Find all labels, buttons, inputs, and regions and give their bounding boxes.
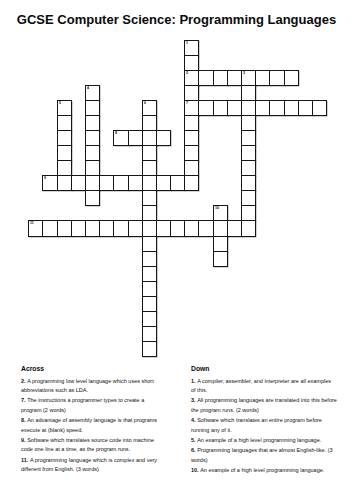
cell-r12-c11[interactable] bbox=[184, 220, 199, 236]
clue-number: 5 bbox=[59, 101, 61, 105]
cell-r4-c12[interactable] bbox=[198, 100, 213, 116]
cell-r12-c0[interactable]: 11 bbox=[28, 220, 43, 236]
cell-r2-c11[interactable]: 2 bbox=[184, 70, 199, 86]
cell-r12-c8[interactable] bbox=[142, 220, 157, 236]
cell-r10-c4[interactable] bbox=[85, 190, 100, 206]
cell-r19-c8[interactable] bbox=[142, 326, 157, 342]
cell-r2-c13[interactable] bbox=[213, 70, 228, 86]
clue-across-8: 8. An advantage of assembly language is … bbox=[21, 416, 163, 435]
clue-number: 4 bbox=[87, 86, 89, 90]
cell-r9-c6[interactable] bbox=[113, 175, 128, 191]
cell-r6-c7[interactable] bbox=[128, 130, 143, 146]
cell-r9-c4[interactable] bbox=[85, 175, 100, 191]
cell-r3-c15[interactable] bbox=[241, 85, 256, 101]
cell-r9-c5[interactable] bbox=[99, 175, 114, 191]
cell-r12-c12[interactable] bbox=[198, 220, 213, 236]
cell-r12-c1[interactable] bbox=[42, 220, 57, 236]
cell-r9-c7[interactable] bbox=[128, 175, 143, 191]
clue-across-7: 7. The instructions a programmer types t… bbox=[21, 396, 163, 415]
cell-r12-c10[interactable] bbox=[170, 220, 185, 236]
cell-r4-c17[interactable] bbox=[269, 100, 284, 116]
cell-r5-c15[interactable] bbox=[241, 115, 256, 131]
down-clues-section: Down 1. A compiler, assembler, and inter… bbox=[191, 365, 337, 477]
cell-r6-c6[interactable]: 8 bbox=[113, 130, 128, 146]
cell-r12-c7[interactable] bbox=[128, 220, 143, 236]
cell-r4-c14[interactable] bbox=[227, 100, 242, 116]
cell-r12-c2[interactable] bbox=[57, 220, 72, 236]
cell-r11-c8[interactable] bbox=[142, 205, 157, 221]
cell-r5-c8[interactable] bbox=[142, 115, 157, 131]
cell-r6-c9[interactable] bbox=[156, 130, 171, 146]
cell-r17-c8[interactable] bbox=[142, 296, 157, 312]
cell-r12-c15[interactable] bbox=[241, 220, 256, 236]
cell-r3-c11[interactable] bbox=[184, 85, 199, 101]
cell-r0-c11[interactable]: 1 bbox=[184, 40, 199, 56]
clue-number: 2 bbox=[186, 71, 188, 75]
clue-number: 7 bbox=[186, 101, 188, 105]
cell-r2-c16[interactable] bbox=[255, 70, 270, 86]
page-title: GCSE Computer Science: Programming Langu… bbox=[0, 12, 353, 27]
across-heading: Across bbox=[21, 365, 163, 373]
cell-r8-c8[interactable] bbox=[142, 160, 157, 176]
clue-across-2: 2. A programming low level language whic… bbox=[21, 377, 163, 396]
cell-r12-c5[interactable] bbox=[99, 220, 114, 236]
clue-down-1: 1. A compiler, assembler, and interprete… bbox=[191, 377, 337, 396]
cell-r9-c3[interactable] bbox=[71, 175, 86, 191]
across-clue-list: 2. A programming low level language whic… bbox=[21, 377, 163, 475]
cell-r11-c13[interactable]: 10 bbox=[213, 205, 228, 221]
cell-r7-c8[interactable] bbox=[142, 145, 157, 161]
cell-r9-c10[interactable] bbox=[170, 175, 185, 191]
cell-r4-c15[interactable] bbox=[241, 100, 256, 116]
cell-r7-c2[interactable] bbox=[57, 145, 72, 161]
cell-r4-c18[interactable] bbox=[284, 100, 299, 116]
down-clue-list: 1. A compiler, assembler, and interprete… bbox=[191, 377, 337, 476]
cell-r13-c13[interactable] bbox=[213, 236, 228, 252]
cell-r12-c3[interactable] bbox=[71, 220, 86, 236]
cell-r12-c9[interactable] bbox=[156, 220, 171, 236]
cell-r2-c15[interactable]: 3 bbox=[241, 70, 256, 86]
cell-r12-c14[interactable] bbox=[227, 220, 242, 236]
cell-r10-c8[interactable] bbox=[142, 190, 157, 206]
cell-r9-c11[interactable] bbox=[184, 175, 199, 191]
clue-down-3: 3. All programming languages are transla… bbox=[191, 396, 337, 415]
cell-r8-c15[interactable] bbox=[241, 160, 256, 176]
cell-r8-c4[interactable] bbox=[85, 160, 100, 176]
cell-r9-c15[interactable] bbox=[241, 175, 256, 191]
cell-r5-c2[interactable] bbox=[57, 115, 72, 131]
cell-r5-c11[interactable] bbox=[184, 115, 199, 131]
cell-r15-c8[interactable] bbox=[142, 266, 157, 282]
cell-r9-c2[interactable] bbox=[57, 175, 72, 191]
clue-number: 8 bbox=[115, 131, 117, 135]
cell-r4-c20[interactable] bbox=[312, 100, 327, 116]
clue-number: 9 bbox=[44, 176, 46, 180]
crossword-grid: 1234567891011 bbox=[28, 40, 327, 358]
cell-r5-c4[interactable] bbox=[85, 115, 100, 131]
clue-down-10: 10. An example of a high level programmi… bbox=[191, 466, 337, 475]
cell-r6-c2[interactable] bbox=[57, 130, 72, 146]
cell-r8-c2[interactable] bbox=[57, 160, 72, 176]
cell-r2-c14[interactable] bbox=[227, 70, 242, 86]
cell-r14-c13[interactable] bbox=[213, 251, 228, 267]
clue-number: 11 bbox=[30, 221, 34, 225]
cell-r3-c4[interactable]: 4 bbox=[85, 85, 100, 101]
cell-r12-c13[interactable] bbox=[213, 220, 228, 236]
cell-r20-c8[interactable] bbox=[142, 341, 157, 357]
cell-r2-c17[interactable] bbox=[269, 70, 284, 86]
cell-r11-c15[interactable] bbox=[241, 205, 256, 221]
cell-r4-c8[interactable]: 6 bbox=[142, 100, 157, 116]
cell-r9-c1[interactable]: 9 bbox=[42, 175, 57, 191]
cell-r2-c18[interactable] bbox=[284, 70, 299, 86]
cell-r1-c11[interactable] bbox=[184, 55, 199, 71]
cell-r4-c11[interactable]: 7 bbox=[184, 100, 199, 116]
cell-r13-c8[interactable] bbox=[142, 236, 157, 252]
cell-r9-c9[interactable] bbox=[156, 175, 171, 191]
clue-across-11: 11. A programming language which is comp… bbox=[21, 456, 163, 475]
cell-r6-c15[interactable] bbox=[241, 130, 256, 146]
cell-r6-c11[interactable] bbox=[184, 130, 199, 146]
cell-r7-c11[interactable] bbox=[184, 145, 199, 161]
clue-down-6: 6. Programming languages that are almost… bbox=[191, 446, 337, 465]
clue-down-4: 4. Software which translates an entire p… bbox=[191, 416, 337, 435]
clue-number: 3 bbox=[243, 71, 245, 75]
cell-r4-c4[interactable] bbox=[85, 100, 100, 116]
clue-number: 1 bbox=[186, 41, 188, 45]
cell-r12-c4[interactable] bbox=[85, 220, 100, 236]
cell-r14-c8[interactable] bbox=[142, 251, 157, 267]
cell-r18-c8[interactable] bbox=[142, 311, 157, 327]
cell-r4-c2[interactable]: 5 bbox=[57, 100, 72, 116]
clue-number: 10 bbox=[215, 206, 219, 210]
cell-r4-c19[interactable] bbox=[298, 100, 313, 116]
cell-r4-c16[interactable] bbox=[255, 100, 270, 116]
cell-r7-c4[interactable] bbox=[85, 145, 100, 161]
cell-r8-c11[interactable] bbox=[184, 160, 199, 176]
cell-r7-c15[interactable] bbox=[241, 145, 256, 161]
cell-r6-c8[interactable] bbox=[142, 130, 157, 146]
cell-r16-c8[interactable] bbox=[142, 281, 157, 297]
worksheet-page: { "game": "crossword", "title": "GCSE Co… bbox=[0, 0, 353, 500]
clue-number: 6 bbox=[144, 101, 146, 105]
cell-r12-c6[interactable] bbox=[113, 220, 128, 236]
clue-across-9: 9. Software which translates source code… bbox=[21, 436, 163, 455]
cell-r2-c12[interactable] bbox=[198, 70, 213, 86]
cell-r6-c4[interactable] bbox=[85, 130, 100, 146]
cell-r10-c15[interactable] bbox=[241, 190, 256, 206]
cell-r9-c8[interactable] bbox=[142, 175, 157, 191]
cell-r4-c13[interactable] bbox=[213, 100, 228, 116]
across-clues-section: Across 2. A programming low level langua… bbox=[21, 365, 163, 476]
clue-down-5: 5. An example of a high level programmin… bbox=[191, 436, 337, 445]
down-heading: Down bbox=[191, 365, 337, 373]
